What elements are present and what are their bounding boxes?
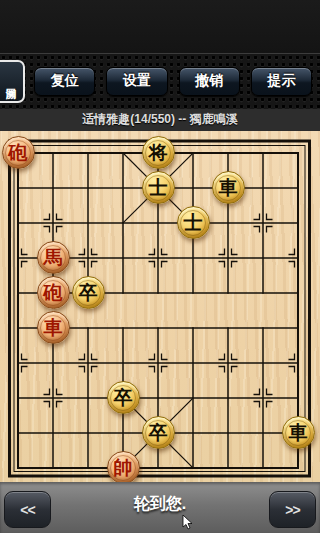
piece-black-soldier[interactable]: 卒 (107, 381, 140, 414)
undo-button[interactable]: 撤销 (179, 67, 240, 96)
piece-black-advisor[interactable]: 士 (177, 206, 210, 239)
hint-button[interactable]: 提示 (251, 67, 312, 96)
next-move-button[interactable]: >> (269, 491, 316, 528)
xiangqi-board[interactable]: 砲将士車士馬砲卒車卒卒車帥 (0, 131, 320, 482)
app-window: 回溯 复位 设置 撤销 提示 适情雅趣(14/550) -- 獨鹿鳴溪 砲将士車… (0, 0, 320, 533)
piece-red-horse[interactable]: 馬 (37, 241, 70, 274)
reset-button[interactable]: 复位 (34, 67, 95, 96)
settings-button[interactable]: 设置 (106, 67, 167, 96)
piece-red-cannon[interactable]: 砲 (2, 136, 35, 169)
piece-black-chariot[interactable]: 車 (282, 416, 315, 449)
toolbar: 回溯 复位 设置 撤销 提示 (0, 53, 320, 109)
mouse-cursor (182, 515, 194, 531)
review-tab[interactable]: 回溯 (0, 60, 25, 103)
piece-red-chariot[interactable]: 車 (37, 311, 70, 344)
toolbar-buttons: 复位 设置 撤销 提示 (0, 54, 320, 96)
puzzle-title: 适情雅趣(14/550) -- 獨鹿鳴溪 (0, 109, 320, 131)
piece-black-soldier[interactable]: 卒 (142, 416, 175, 449)
piece-black-chariot[interactable]: 車 (212, 171, 245, 204)
piece-black-advisor[interactable]: 士 (142, 171, 175, 204)
piece-black-soldier[interactable]: 卒 (72, 276, 105, 309)
bottom-bar: << 轮到您. >> (0, 482, 320, 533)
piece-red-cannon[interactable]: 砲 (37, 276, 70, 309)
piece-red-general[interactable]: 帥 (107, 451, 140, 484)
piece-black-general[interactable]: 将 (142, 136, 175, 169)
status-bar (0, 0, 320, 53)
